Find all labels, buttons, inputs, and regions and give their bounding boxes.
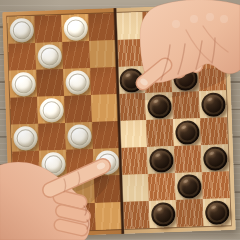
black-piece[interactable]	[173, 66, 198, 91]
square-r3c5[interactable]	[117, 66, 145, 94]
square-r8c2[interactable]	[41, 204, 69, 232]
square-r2c4[interactable]	[89, 40, 117, 68]
square-r8c8[interactable]	[203, 198, 231, 226]
square-r7c5[interactable]	[121, 174, 149, 202]
square-r6c3	[66, 149, 94, 177]
square-r6c6[interactable]	[147, 146, 175, 174]
square-r2c1	[8, 43, 36, 71]
square-r5c8	[200, 117, 228, 145]
white-piece[interactable]	[41, 151, 66, 176]
square-r7c3[interactable]	[67, 176, 95, 204]
black-piece[interactable]	[176, 174, 201, 199]
black-piece[interactable]	[201, 92, 226, 117]
square-r7c4	[94, 175, 122, 203]
black-piece[interactable]	[204, 200, 229, 225]
square-r2c5	[116, 39, 144, 67]
square-r5c7[interactable]	[173, 118, 201, 146]
white-piece[interactable]	[13, 125, 38, 150]
square-r8c1	[14, 205, 42, 233]
photo-scene	[0, 0, 240, 240]
square-r6c8[interactable]	[201, 144, 229, 172]
square-r6c2[interactable]	[39, 150, 67, 178]
square-r4c5	[118, 93, 146, 121]
black-piece[interactable]	[147, 94, 172, 119]
square-r6c5	[120, 147, 148, 175]
square-r3c4	[90, 67, 118, 95]
square-r1c2	[34, 15, 62, 43]
square-r8c6[interactable]	[149, 200, 177, 228]
square-r1c8	[196, 9, 224, 37]
square-r4c6[interactable]	[145, 92, 173, 120]
square-r1c5[interactable]	[115, 12, 143, 40]
black-piece[interactable]	[148, 148, 173, 173]
square-r4c8[interactable]	[199, 90, 227, 118]
white-piece[interactable]	[37, 43, 62, 68]
square-r8c4[interactable]	[95, 202, 123, 230]
square-r4c7	[172, 91, 200, 119]
square-r4c4[interactable]	[91, 94, 119, 122]
square-r1c4	[88, 13, 116, 41]
square-r5c2	[38, 123, 66, 151]
square-r1c6	[142, 11, 170, 39]
square-r5c3[interactable]	[65, 122, 93, 150]
square-r4c1	[10, 97, 38, 125]
white-piece[interactable]	[63, 16, 88, 41]
square-r5c1[interactable]	[11, 124, 39, 152]
square-r3c8	[198, 63, 226, 91]
square-r2c7	[170, 37, 198, 65]
board-right-grid	[115, 9, 230, 229]
square-r6c7	[174, 145, 202, 173]
square-r8c7	[176, 199, 204, 227]
square-r7c7[interactable]	[175, 172, 203, 200]
square-r2c8[interactable]	[197, 36, 225, 64]
square-r4c3	[64, 95, 92, 123]
square-r2c2[interactable]	[35, 42, 63, 70]
board-right-half	[115, 4, 236, 234]
square-r8c3	[68, 203, 96, 231]
square-r1c3[interactable]	[61, 14, 89, 42]
square-r3c3[interactable]	[63, 68, 91, 96]
square-r7c6	[148, 173, 176, 201]
black-piece[interactable]	[150, 202, 175, 227]
white-piece[interactable]	[67, 123, 92, 148]
square-r3c2	[36, 69, 64, 97]
white-piece[interactable]	[11, 71, 36, 96]
square-r1c7[interactable]	[169, 10, 197, 38]
square-r8c5	[122, 201, 150, 229]
square-r3c1[interactable]	[9, 70, 37, 98]
square-r5c6	[146, 119, 174, 147]
white-piece[interactable]	[65, 70, 90, 95]
black-piece[interactable]	[119, 68, 144, 93]
white-piece[interactable]	[95, 150, 120, 175]
square-r6c4[interactable]	[93, 148, 121, 176]
white-piece[interactable]	[9, 17, 34, 42]
board-left-grid	[7, 13, 122, 233]
square-r3c7[interactable]	[171, 64, 199, 92]
square-r3c6	[144, 65, 172, 93]
square-r7c8	[202, 171, 230, 199]
square-r5c5[interactable]	[119, 120, 147, 148]
black-piece[interactable]	[175, 120, 200, 145]
square-r5c4	[92, 121, 120, 149]
square-r2c6[interactable]	[143, 38, 171, 66]
square-r4c2[interactable]	[37, 96, 65, 124]
square-r7c2	[40, 177, 68, 205]
square-r6c1	[12, 151, 40, 179]
board-left-half	[2, 8, 123, 238]
white-piece[interactable]	[39, 97, 64, 122]
square-r7c1[interactable]	[13, 178, 41, 206]
square-r2c3	[62, 41, 90, 69]
checkers-board	[2, 4, 236, 238]
square-r1c1[interactable]	[7, 16, 35, 44]
black-piece[interactable]	[202, 146, 227, 171]
